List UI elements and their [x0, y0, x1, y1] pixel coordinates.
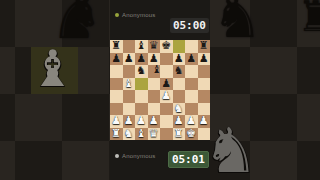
square-c5[interactable]	[135, 78, 148, 91]
white-bishop[interactable]: ♝	[135, 128, 148, 141]
white-pawn[interactable]: ♟	[123, 115, 136, 128]
chess-board[interactable]: ♜♝♛♚♜♟♟♟♟♟♟♟♞♝♞♝♟♟♞♟♟♟♟♟♟♟♜♞♝♛♜♚	[110, 40, 210, 140]
online-status-dot	[115, 154, 119, 158]
white-pawn[interactable]: ♟	[173, 115, 186, 128]
square-e4[interactable]: ♟	[160, 90, 173, 103]
square-b1[interactable]: ♞	[123, 128, 136, 141]
black-knight[interactable]: ♞	[173, 65, 186, 78]
white-pawn[interactable]: ♟	[110, 115, 123, 128]
black-rook[interactable]: ♜	[110, 40, 123, 53]
square-g8[interactable]	[185, 40, 198, 53]
square-a8[interactable]: ♜	[110, 40, 123, 53]
black-bishop[interactable]: ♝	[135, 40, 148, 53]
square-b5[interactable]: ♝	[123, 78, 136, 91]
black-king[interactable]: ♚	[160, 40, 173, 53]
square-b2[interactable]: ♟	[123, 115, 136, 128]
square-a2[interactable]: ♟	[110, 115, 123, 128]
square-f1[interactable]: ♜	[173, 128, 186, 141]
black-pawn[interactable]: ♟	[198, 53, 211, 66]
square-a4[interactable]	[110, 90, 123, 103]
square-e2[interactable]	[160, 115, 173, 128]
black-queen[interactable]: ♛	[148, 40, 161, 53]
square-d8[interactable]: ♛	[148, 40, 161, 53]
black-pawn[interactable]: ♟	[110, 53, 123, 66]
white-pawn[interactable]: ♟	[135, 115, 148, 128]
square-h6[interactable]	[198, 65, 211, 78]
square-c2[interactable]: ♟	[135, 115, 148, 128]
top-player-clock: 05:00	[170, 18, 209, 33]
square-d5[interactable]	[148, 78, 161, 91]
square-d6[interactable]: ♝	[148, 65, 161, 78]
square-a1[interactable]: ♜	[110, 128, 123, 141]
square-g5[interactable]	[185, 78, 198, 91]
white-knight[interactable]: ♞	[123, 128, 136, 141]
square-c6[interactable]: ♞	[135, 65, 148, 78]
square-a5[interactable]	[110, 78, 123, 91]
bottom-player-name: Anonymous	[122, 153, 156, 159]
white-king[interactable]: ♚	[185, 128, 198, 141]
square-h7[interactable]: ♟	[198, 53, 211, 66]
square-f8[interactable]	[173, 40, 186, 53]
bottom-player-row: Anonymous	[115, 153, 156, 159]
square-e1[interactable]	[160, 128, 173, 141]
white-pawn[interactable]: ♟	[148, 115, 161, 128]
square-d4[interactable]	[148, 90, 161, 103]
white-bishop[interactable]: ♝	[123, 78, 136, 91]
square-b7[interactable]: ♟	[123, 53, 136, 66]
white-queen[interactable]: ♛	[148, 128, 161, 141]
top-player-name: Anonymous	[122, 12, 156, 18]
black-pawn[interactable]: ♟	[185, 53, 198, 66]
white-rook[interactable]: ♜	[110, 128, 123, 141]
square-b8[interactable]	[123, 40, 136, 53]
black-rook[interactable]: ♜	[198, 40, 211, 53]
square-e3[interactable]	[160, 103, 173, 116]
top-player-row: Anonymous	[115, 12, 156, 18]
square-g6[interactable]	[185, 65, 198, 78]
square-f5[interactable]	[173, 78, 186, 91]
square-h8[interactable]: ♜	[198, 40, 211, 53]
square-c1[interactable]: ♝	[135, 128, 148, 141]
square-a6[interactable]	[110, 65, 123, 78]
square-a7[interactable]: ♟	[110, 53, 123, 66]
square-c8[interactable]: ♝	[135, 40, 148, 53]
square-d2[interactable]: ♟	[148, 115, 161, 128]
square-f6[interactable]: ♞	[173, 65, 186, 78]
online-status-dot	[115, 13, 119, 17]
square-c4[interactable]	[135, 90, 148, 103]
black-knight[interactable]: ♞	[135, 65, 148, 78]
game-panel: Anonymous 05:00 ♜♝♛♚♜♟♟♟♟♟♟♟♞♝♞♝♟♟♞♟♟♟♟♟…	[110, 0, 210, 180]
square-g4[interactable]	[185, 90, 198, 103]
square-h1[interactable]	[198, 128, 211, 141]
white-rook[interactable]: ♜	[173, 128, 186, 141]
square-h4[interactable]	[198, 90, 211, 103]
square-h5[interactable]	[198, 78, 211, 91]
square-g7[interactable]: ♟	[185, 53, 198, 66]
white-pawn[interactable]: ♟	[198, 115, 211, 128]
square-b4[interactable]	[123, 90, 136, 103]
white-pawn[interactable]: ♟	[185, 115, 198, 128]
square-b6[interactable]	[123, 65, 136, 78]
square-d1[interactable]: ♛	[148, 128, 161, 141]
bottom-player-clock: 05:01	[168, 151, 209, 168]
square-e6[interactable]	[160, 65, 173, 78]
square-f2[interactable]: ♟	[173, 115, 186, 128]
square-h2[interactable]: ♟	[198, 115, 211, 128]
square-e8[interactable]: ♚	[160, 40, 173, 53]
black-pawn[interactable]: ♟	[123, 53, 136, 66]
square-g1[interactable]: ♚	[185, 128, 198, 141]
white-pawn[interactable]: ♟	[160, 90, 173, 103]
square-f4[interactable]	[173, 90, 186, 103]
square-g2[interactable]: ♟	[185, 115, 198, 128]
